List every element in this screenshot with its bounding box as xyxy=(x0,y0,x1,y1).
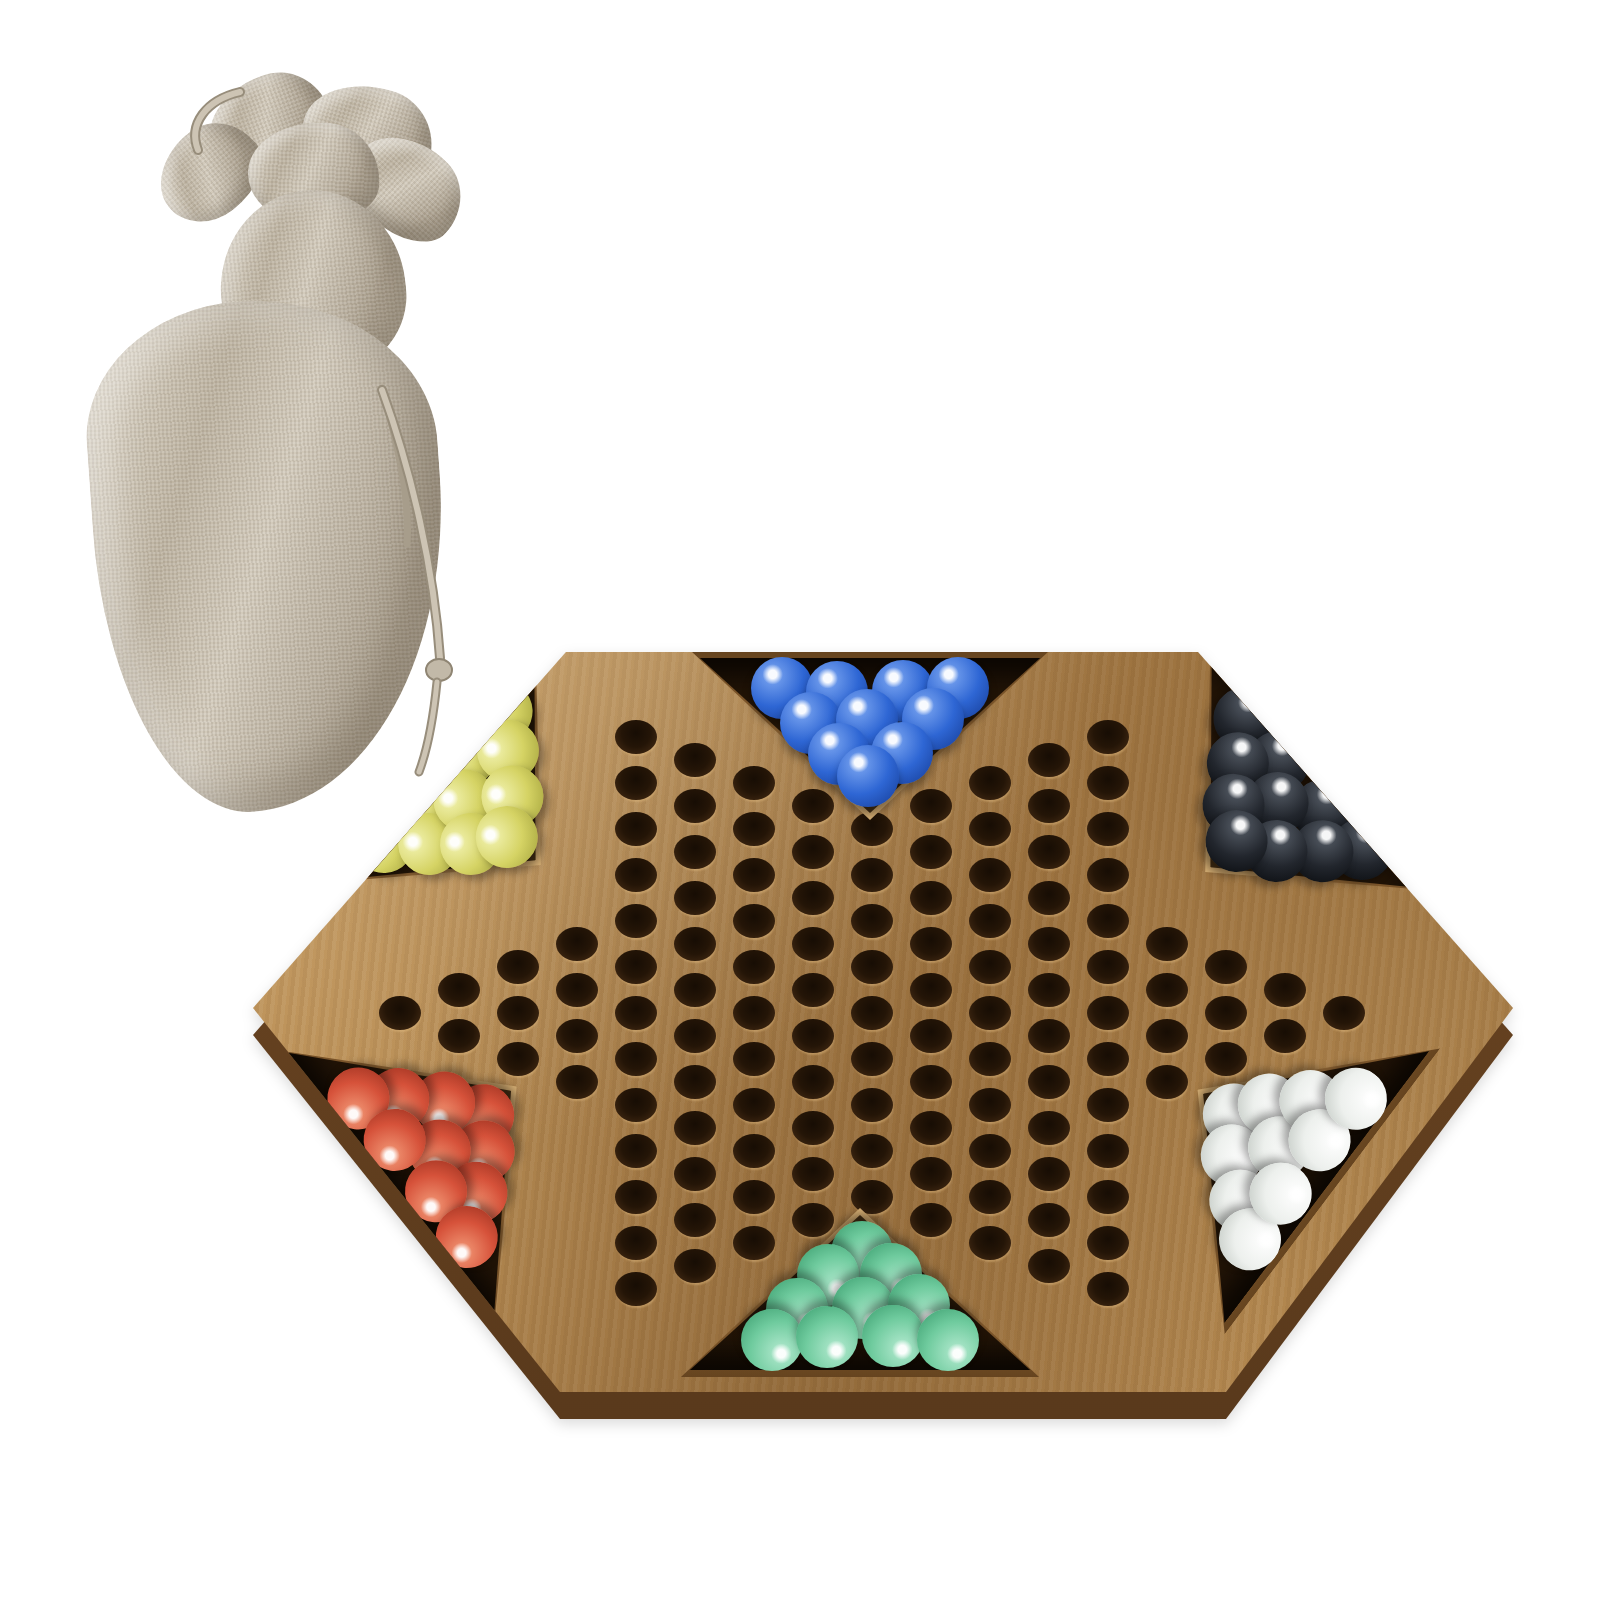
board-hole[interactable] xyxy=(733,858,775,892)
board-hole[interactable] xyxy=(969,1134,1011,1168)
board-hole[interactable] xyxy=(851,858,893,892)
board-hole[interactable] xyxy=(1087,904,1129,938)
board-hole[interactable] xyxy=(1087,1042,1129,1076)
board-hole[interactable] xyxy=(851,904,893,938)
board-hole[interactable] xyxy=(792,835,834,869)
board-hole[interactable] xyxy=(792,1157,834,1191)
board-hole[interactable] xyxy=(615,904,657,938)
marble-tray-green xyxy=(690,1215,1030,1370)
board-hole[interactable] xyxy=(674,1019,716,1053)
board-hole[interactable] xyxy=(674,1111,716,1145)
board-hole[interactable] xyxy=(1087,1272,1129,1306)
board-hole[interactable] xyxy=(556,973,598,1007)
board-hole[interactable] xyxy=(1146,973,1188,1007)
board-hole[interactable] xyxy=(1028,973,1070,1007)
board-hole[interactable] xyxy=(1146,1065,1188,1099)
marble-green[interactable] xyxy=(741,1309,803,1371)
marble-green[interactable] xyxy=(796,1306,858,1368)
marble-tray-yellow xyxy=(307,630,650,986)
board-hole[interactable] xyxy=(1087,812,1129,846)
board-hole[interactable] xyxy=(969,950,1011,984)
board-hole[interactable] xyxy=(1028,1249,1070,1283)
marble-tray-white xyxy=(1101,958,1429,1323)
board-hole[interactable] xyxy=(1028,1157,1070,1191)
board-hole[interactable] xyxy=(1028,1111,1070,1145)
board-hole[interactable] xyxy=(615,1180,657,1214)
board-hole[interactable] xyxy=(910,1157,952,1191)
board-hole[interactable] xyxy=(438,973,480,1007)
board-hole[interactable] xyxy=(792,881,834,915)
board-hole[interactable] xyxy=(1087,858,1129,892)
board-hole[interactable] xyxy=(969,996,1011,1030)
board-hole[interactable] xyxy=(556,1065,598,1099)
board-top-face xyxy=(0,0,1600,1600)
marble-green[interactable] xyxy=(917,1309,979,1371)
board-hole[interactable] xyxy=(733,904,775,938)
board-hole[interactable] xyxy=(851,1180,893,1214)
board-hole[interactable] xyxy=(969,904,1011,938)
chinese-checkers-board xyxy=(0,0,1600,1600)
board-hole[interactable] xyxy=(674,1065,716,1099)
board-hole[interactable] xyxy=(792,1065,834,1099)
board-hole[interactable] xyxy=(1087,1134,1129,1168)
board-hole[interactable] xyxy=(910,927,952,961)
board-hole[interactable] xyxy=(1205,950,1247,984)
board-hole[interactable] xyxy=(615,766,657,800)
board-hole[interactable] xyxy=(1087,996,1129,1030)
board-hole[interactable] xyxy=(733,950,775,984)
board-hole[interactable] xyxy=(615,812,657,846)
board-hole[interactable] xyxy=(792,927,834,961)
board-hole[interactable] xyxy=(792,1111,834,1145)
board-hole[interactable] xyxy=(851,1088,893,1122)
board-hole[interactable] xyxy=(1028,1065,1070,1099)
board-hole[interactable] xyxy=(497,1042,539,1076)
board-hole[interactable] xyxy=(497,996,539,1030)
board-hole[interactable] xyxy=(910,881,952,915)
board-hole[interactable] xyxy=(910,973,952,1007)
board-hole[interactable] xyxy=(615,996,657,1030)
board-hole[interactable] xyxy=(1087,1088,1129,1122)
board-hole[interactable] xyxy=(733,812,775,846)
board-hole[interactable] xyxy=(910,835,952,869)
board-hole[interactable] xyxy=(1028,927,1070,961)
board-hole[interactable] xyxy=(969,1042,1011,1076)
marble-tray-blue xyxy=(700,658,1040,813)
board-hole[interactable] xyxy=(615,858,657,892)
board-hole[interactable] xyxy=(969,1088,1011,1122)
board-hole[interactable] xyxy=(1028,1019,1070,1053)
board-hole[interactable] xyxy=(1028,1203,1070,1237)
board-hole[interactable] xyxy=(851,1042,893,1076)
board-hole[interactable] xyxy=(674,927,716,961)
board-hole[interactable] xyxy=(1146,1019,1188,1053)
board-hole[interactable] xyxy=(733,1088,775,1122)
board-hole[interactable] xyxy=(969,1180,1011,1214)
board-hole[interactable] xyxy=(851,996,893,1030)
board-hole[interactable] xyxy=(733,996,775,1030)
marble-blue[interactable] xyxy=(837,745,899,807)
board-hole[interactable] xyxy=(1028,835,1070,869)
board-hole[interactable] xyxy=(969,858,1011,892)
board-hole[interactable] xyxy=(851,1134,893,1168)
board-hole[interactable] xyxy=(615,1088,657,1122)
board-hole[interactable] xyxy=(910,1019,952,1053)
board-hole[interactable] xyxy=(674,881,716,915)
board-hole[interactable] xyxy=(497,950,539,984)
board-hole[interactable] xyxy=(615,1134,657,1168)
board-hole[interactable] xyxy=(674,1157,716,1191)
board-hole[interactable] xyxy=(910,1065,952,1099)
board-hole[interactable] xyxy=(1205,996,1247,1030)
board-hole[interactable] xyxy=(851,950,893,984)
board-hole[interactable] xyxy=(1146,927,1188,961)
board-hole[interactable] xyxy=(1087,950,1129,984)
board-hole[interactable] xyxy=(674,973,716,1007)
board-hole[interactable] xyxy=(615,1272,657,1306)
board-hole[interactable] xyxy=(792,973,834,1007)
board-hole[interactable] xyxy=(674,835,716,869)
board-hole[interactable] xyxy=(615,1042,657,1076)
board-hole[interactable] xyxy=(733,1042,775,1076)
board-hole[interactable] xyxy=(556,1019,598,1053)
board-hole[interactable] xyxy=(792,1019,834,1053)
board-hole[interactable] xyxy=(615,1226,657,1260)
board-hole[interactable] xyxy=(910,1111,952,1145)
board-hole[interactable] xyxy=(1087,766,1129,800)
board-hole[interactable] xyxy=(615,950,657,984)
product-photo xyxy=(0,0,1600,1600)
marble-green[interactable] xyxy=(862,1305,924,1367)
board-hole[interactable] xyxy=(1028,881,1070,915)
board-hole[interactable] xyxy=(969,812,1011,846)
board-hole[interactable] xyxy=(733,1180,775,1214)
board-hole[interactable] xyxy=(733,1134,775,1168)
board-hole[interactable] xyxy=(556,927,598,961)
